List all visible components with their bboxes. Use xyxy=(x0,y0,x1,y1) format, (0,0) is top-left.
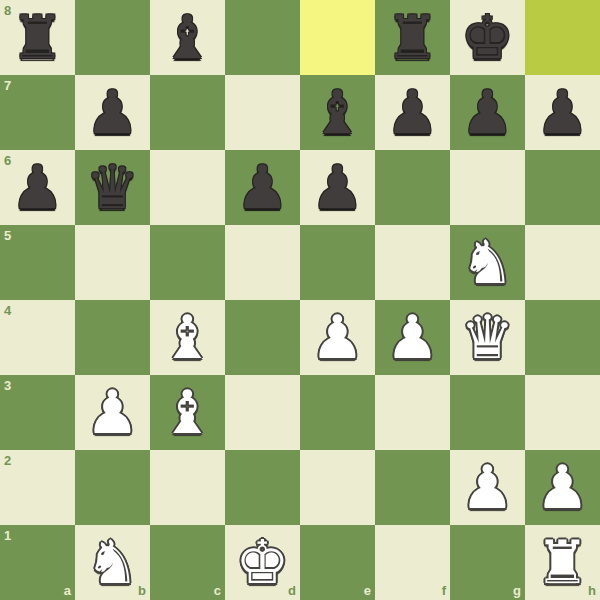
square-g1[interactable]: g xyxy=(450,525,525,600)
square-h8[interactable] xyxy=(525,0,600,75)
square-b5[interactable] xyxy=(75,225,150,300)
black-pawn[interactable]: ♟ xyxy=(525,75,600,150)
square-f1[interactable]: f xyxy=(375,525,450,600)
square-b6[interactable]: ♛ xyxy=(75,150,150,225)
rank-label-5: 5 xyxy=(4,228,11,243)
white-pawn[interactable]: ♟ xyxy=(525,450,600,525)
square-g7[interactable]: ♟ xyxy=(450,75,525,150)
black-queen[interactable]: ♛ xyxy=(75,150,150,225)
square-h6[interactable] xyxy=(525,150,600,225)
square-f3[interactable] xyxy=(375,375,450,450)
square-e6[interactable]: ♟ xyxy=(300,150,375,225)
square-a5[interactable]: 5 xyxy=(0,225,75,300)
square-c7[interactable] xyxy=(150,75,225,150)
square-f6[interactable] xyxy=(375,150,450,225)
square-g8[interactable]: ♚ xyxy=(450,0,525,75)
file-label-f: f xyxy=(442,583,446,598)
square-g6[interactable] xyxy=(450,150,525,225)
square-g2[interactable]: ♟ xyxy=(450,450,525,525)
square-h3[interactable] xyxy=(525,375,600,450)
white-king[interactable]: ♚ xyxy=(225,525,300,600)
square-d7[interactable] xyxy=(225,75,300,150)
square-h7[interactable]: ♟ xyxy=(525,75,600,150)
square-e8[interactable] xyxy=(300,0,375,75)
square-b3[interactable]: ♟ xyxy=(75,375,150,450)
square-e5[interactable] xyxy=(300,225,375,300)
black-pawn[interactable]: ♟ xyxy=(375,75,450,150)
square-d2[interactable] xyxy=(225,450,300,525)
square-h4[interactable] xyxy=(525,300,600,375)
square-a4[interactable]: 4 xyxy=(0,300,75,375)
square-g3[interactable] xyxy=(450,375,525,450)
square-c5[interactable] xyxy=(150,225,225,300)
file-label-e: e xyxy=(364,583,371,598)
square-a2[interactable]: 2 xyxy=(0,450,75,525)
white-queen[interactable]: ♛ xyxy=(450,300,525,375)
square-f2[interactable] xyxy=(375,450,450,525)
white-pawn[interactable]: ♟ xyxy=(300,300,375,375)
square-g4[interactable]: ♛ xyxy=(450,300,525,375)
square-c4[interactable]: ♝ xyxy=(150,300,225,375)
white-knight[interactable]: ♞ xyxy=(75,525,150,600)
black-rook[interactable]: ♜ xyxy=(375,0,450,75)
square-a3[interactable]: 3 xyxy=(0,375,75,450)
square-c3[interactable]: ♝ xyxy=(150,375,225,450)
white-bishop[interactable]: ♝ xyxy=(150,375,225,450)
square-h2[interactable]: ♟ xyxy=(525,450,600,525)
square-b8[interactable] xyxy=(75,0,150,75)
black-pawn[interactable]: ♟ xyxy=(225,150,300,225)
rank-label-1: 1 xyxy=(4,528,11,543)
square-g5[interactable]: ♞ xyxy=(450,225,525,300)
white-knight[interactable]: ♞ xyxy=(450,225,525,300)
square-c1[interactable]: c xyxy=(150,525,225,600)
black-pawn[interactable]: ♟ xyxy=(300,150,375,225)
file-label-c: c xyxy=(214,583,221,598)
square-c2[interactable] xyxy=(150,450,225,525)
rank-label-7: 7 xyxy=(4,78,11,93)
square-a6[interactable]: 6♟ xyxy=(0,150,75,225)
square-e2[interactable] xyxy=(300,450,375,525)
square-e1[interactable]: e xyxy=(300,525,375,600)
square-f4[interactable]: ♟ xyxy=(375,300,450,375)
square-a8[interactable]: 8♜ xyxy=(0,0,75,75)
square-b1[interactable]: b♞ xyxy=(75,525,150,600)
black-king[interactable]: ♚ xyxy=(450,0,525,75)
white-pawn[interactable]: ♟ xyxy=(375,300,450,375)
chess-board: 8♜♝♜♚7♟♝♟♟♟6♟♛♟♟5♞4♝♟♟♛3♟♝2♟♟1ab♞cd♚efgh… xyxy=(0,0,600,600)
black-pawn[interactable]: ♟ xyxy=(75,75,150,150)
square-h5[interactable] xyxy=(525,225,600,300)
square-e7[interactable]: ♝ xyxy=(300,75,375,150)
square-a7[interactable]: 7 xyxy=(0,75,75,150)
square-c8[interactable]: ♝ xyxy=(150,0,225,75)
black-pawn[interactable]: ♟ xyxy=(0,150,75,225)
square-b2[interactable] xyxy=(75,450,150,525)
square-d8[interactable] xyxy=(225,0,300,75)
square-d1[interactable]: d♚ xyxy=(225,525,300,600)
square-d4[interactable] xyxy=(225,300,300,375)
square-f8[interactable]: ♜ xyxy=(375,0,450,75)
square-c6[interactable] xyxy=(150,150,225,225)
black-bishop[interactable]: ♝ xyxy=(300,75,375,150)
black-rook[interactable]: ♜ xyxy=(0,0,75,75)
square-b7[interactable]: ♟ xyxy=(75,75,150,150)
white-rook[interactable]: ♜ xyxy=(525,525,600,600)
rank-label-2: 2 xyxy=(4,453,11,468)
square-f7[interactable]: ♟ xyxy=(375,75,450,150)
square-d6[interactable]: ♟ xyxy=(225,150,300,225)
white-pawn[interactable]: ♟ xyxy=(75,375,150,450)
file-label-a: a xyxy=(64,583,71,598)
white-pawn[interactable]: ♟ xyxy=(450,450,525,525)
square-f5[interactable] xyxy=(375,225,450,300)
square-h1[interactable]: h♜ xyxy=(525,525,600,600)
square-e3[interactable] xyxy=(300,375,375,450)
square-d3[interactable] xyxy=(225,375,300,450)
file-label-g: g xyxy=(513,583,521,598)
square-e4[interactable]: ♟ xyxy=(300,300,375,375)
square-b4[interactable] xyxy=(75,300,150,375)
rank-label-4: 4 xyxy=(4,303,11,318)
square-d5[interactable] xyxy=(225,225,300,300)
black-pawn[interactable]: ♟ xyxy=(450,75,525,150)
rank-label-3: 3 xyxy=(4,378,11,393)
black-bishop[interactable]: ♝ xyxy=(150,0,225,75)
white-bishop[interactable]: ♝ xyxy=(150,300,225,375)
square-a1[interactable]: 1a xyxy=(0,525,75,600)
